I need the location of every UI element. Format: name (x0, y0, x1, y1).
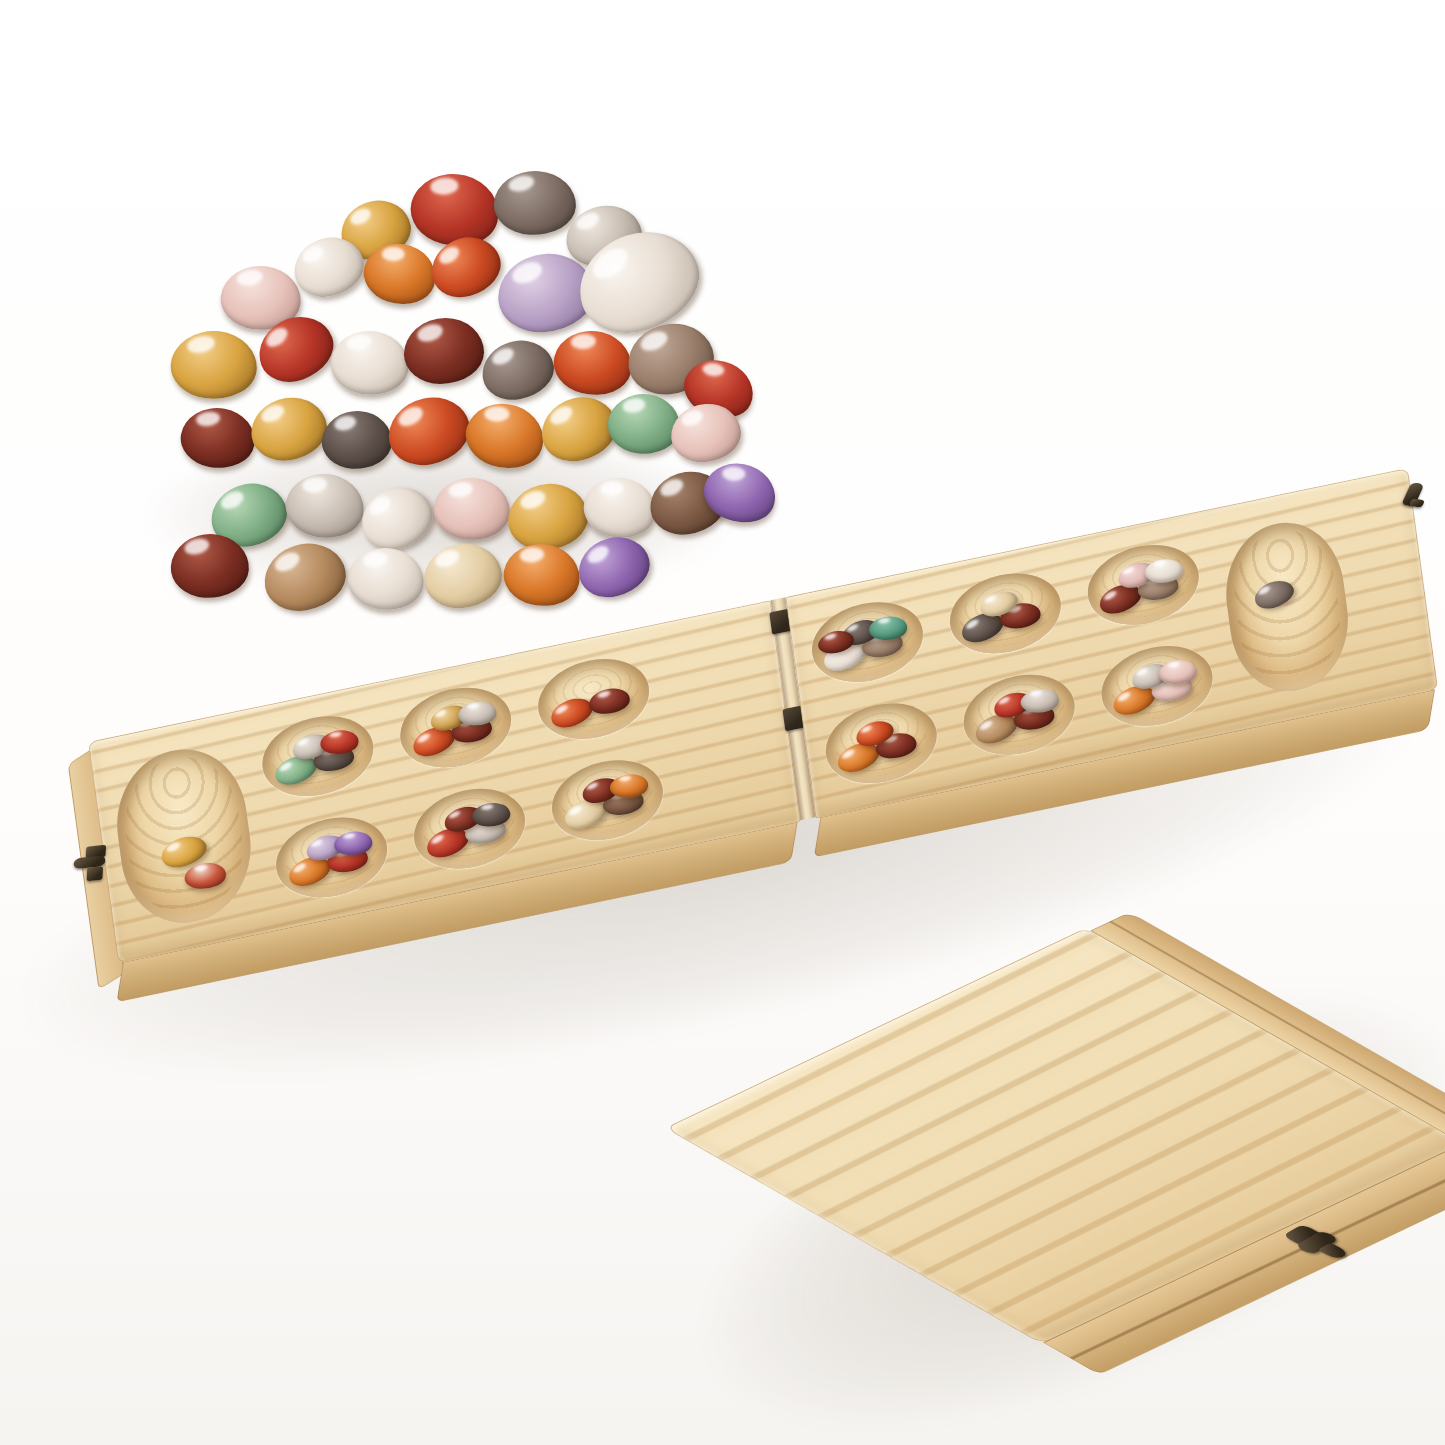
store-left (108, 738, 259, 935)
pile-stone-39-orange_carnelian (498, 537, 585, 613)
pit-top-5[interactable] (945, 564, 1066, 663)
pit-top-2[interactable] (395, 678, 516, 777)
pile-stone-16-red_carnelian (547, 323, 638, 404)
pile-stone-21-dark_gray (320, 409, 394, 472)
pit-bottom-2[interactable] (409, 779, 530, 878)
pile-stone-15-smoky_gray (478, 335, 559, 405)
pit-top-3[interactable] (533, 649, 654, 748)
pile-stone-40-amethyst (572, 530, 656, 604)
pit-bottom-6[interactable] (1097, 636, 1218, 735)
pit-top-3-stone-2-dark_maroon (587, 687, 631, 714)
pit-top-3-stone-1-red_carnelian (545, 693, 597, 732)
latch-clasp-icon (73, 845, 108, 883)
left-store-stone-2-red_white_jasper (181, 862, 230, 890)
pile-stone-25-green_aventurine (604, 389, 684, 458)
pile-stone-14-dark_maroon (404, 318, 484, 384)
pile-stone-36-brown_agate (259, 537, 351, 616)
right-store-stone-1-smoky_gray (1250, 576, 1298, 613)
pile-stone-30-rose_quartz (430, 473, 514, 545)
pile-stone-3-smoky_gray (492, 168, 578, 238)
pile-stone-38-pale_cream (422, 541, 504, 610)
pile-stone-37-white_quartz (343, 542, 429, 616)
pile-stone-22-red_carnelian (382, 390, 476, 472)
product-photo-scene (0, 0, 1445, 1445)
pit-top-1[interactable] (257, 707, 378, 806)
store-right (1218, 512, 1357, 702)
pit-bottom-3[interactable] (547, 750, 668, 849)
pit-bottom-5[interactable] (959, 665, 1080, 764)
latch-hook-icon (1400, 482, 1432, 510)
pile-stone-13-white_quartz (326, 325, 414, 402)
pile-stone-20-amber (247, 393, 331, 465)
gemstone-pile (126, 146, 786, 616)
pit-bottom-1[interactable] (271, 808, 392, 907)
pile-stone-23-orange_carnelian (458, 394, 552, 479)
pit-top-4[interactable] (807, 592, 928, 691)
latch-part (87, 866, 104, 881)
pile-stone-19-dark_maroon (176, 402, 259, 474)
pile-stone-11-amber (168, 327, 261, 404)
pile-stone-31-amber (506, 481, 590, 552)
pile-stone-28-pale_agate (280, 467, 370, 546)
pit-bottom-4[interactable] (821, 694, 942, 793)
pile-stone-29-white_quartz (353, 478, 440, 557)
latch-part (1409, 498, 1425, 507)
pit-top-6[interactable] (1083, 535, 1204, 634)
